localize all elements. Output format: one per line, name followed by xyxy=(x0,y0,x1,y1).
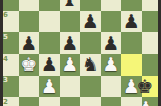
square-e3[interactable] xyxy=(80,76,101,98)
square-b2[interactable] xyxy=(19,97,40,106)
rank-label-5: 5 xyxy=(3,33,8,41)
square-d2[interactable] xyxy=(60,97,81,106)
square-a4[interactable]: 4 xyxy=(0,54,19,76)
white-pawn-d4[interactable]: ♟ xyxy=(60,54,81,76)
rank-label-2: 2 xyxy=(3,98,8,106)
black-pawn-c4[interactable]: ♟ xyxy=(39,54,60,76)
rank-label-6: 6 xyxy=(3,11,8,19)
chess-board[interactable]: 87♝6♟♟5♟♟♟4♚♟♟♞♟3♟♟♚2♟1 xyxy=(0,0,160,106)
square-b4[interactable]: ♚ xyxy=(19,54,40,76)
white-pawn-f4[interactable]: ♟ xyxy=(101,54,122,76)
square-a6[interactable]: 6 xyxy=(0,11,19,33)
square-a3[interactable]: 3 xyxy=(0,76,19,98)
board-edge-left xyxy=(0,0,3,106)
square-a7[interactable]: 7 xyxy=(0,0,19,11)
black-pawn-d5[interactable]: ♟ xyxy=(60,32,81,54)
square-d5[interactable]: ♟ xyxy=(60,32,81,54)
square-g7[interactable] xyxy=(121,0,142,11)
square-d4[interactable]: ♟ xyxy=(60,54,81,76)
white-pawn-g3[interactable]: ♟ xyxy=(121,76,142,98)
square-a2[interactable]: 2 xyxy=(0,97,19,106)
square-f4[interactable]: ♟ xyxy=(101,54,122,76)
square-c4[interactable]: ♟ xyxy=(39,54,60,76)
square-b3[interactable] xyxy=(19,76,40,98)
square-f3[interactable] xyxy=(101,76,122,98)
square-e6[interactable]: ♟ xyxy=(80,11,101,33)
black-pawn-b5[interactable]: ♟ xyxy=(19,32,40,54)
square-b5[interactable]: ♟ xyxy=(19,32,40,54)
square-g2[interactable] xyxy=(121,97,142,106)
black-bishop-d7[interactable]: ♝ xyxy=(60,0,81,11)
square-a5[interactable]: 5 xyxy=(0,32,19,54)
square-c5[interactable] xyxy=(39,32,60,54)
square-d7[interactable]: ♝ xyxy=(60,0,81,11)
white-king-b4[interactable]: ♚ xyxy=(19,54,40,76)
square-e5[interactable] xyxy=(80,32,101,54)
black-pawn-f5[interactable]: ♟ xyxy=(101,32,122,54)
square-g5[interactable] xyxy=(121,32,142,54)
square-g3[interactable]: ♟ xyxy=(121,76,142,98)
square-g4[interactable] xyxy=(121,54,142,76)
square-c3[interactable]: ♟ xyxy=(39,76,60,98)
square-d6[interactable] xyxy=(60,11,81,33)
square-c7[interactable] xyxy=(39,0,60,11)
white-pawn-c3[interactable]: ♟ xyxy=(39,76,60,98)
square-f7[interactable] xyxy=(101,0,122,11)
square-b7[interactable] xyxy=(19,0,40,11)
square-g6[interactable]: ♟ xyxy=(121,11,142,33)
square-e2[interactable] xyxy=(80,97,101,106)
chess-board-window: 87♝6♟♟5♟♟♟4♚♟♟♞♟3♟♟♚2♟1 xyxy=(0,0,160,106)
square-b6[interactable] xyxy=(19,11,40,33)
square-f2[interactable] xyxy=(101,97,122,106)
square-d3[interactable] xyxy=(60,76,81,98)
board-edge-right xyxy=(158,0,161,106)
black-pawn-g6[interactable]: ♟ xyxy=(121,11,142,33)
black-knight-e4[interactable]: ♞ xyxy=(80,54,101,76)
square-f6[interactable] xyxy=(101,11,122,33)
rank-label-4: 4 xyxy=(3,55,8,63)
black-pawn-e6[interactable]: ♟ xyxy=(80,11,101,33)
square-f5[interactable]: ♟ xyxy=(101,32,122,54)
square-c2[interactable] xyxy=(39,97,60,106)
rank-label-3: 3 xyxy=(3,76,8,84)
square-e7[interactable] xyxy=(80,0,101,11)
square-e4[interactable]: ♞ xyxy=(80,54,101,76)
square-c6[interactable] xyxy=(39,11,60,33)
